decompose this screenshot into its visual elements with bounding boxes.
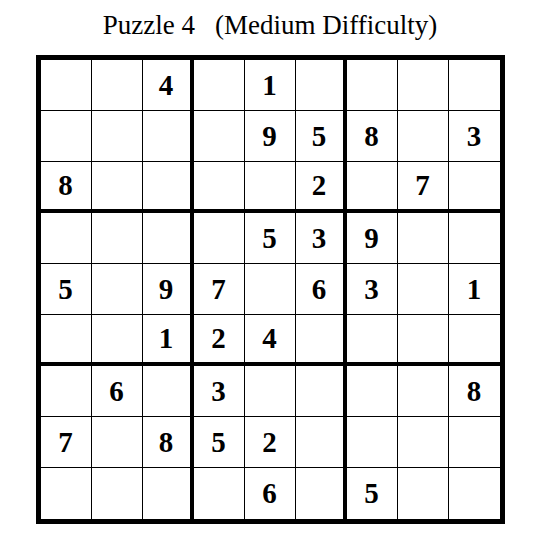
cell-r4c2[interactable]: [92, 213, 143, 264]
cell-r1c2[interactable]: [92, 60, 143, 111]
cell-r9c6[interactable]: [296, 468, 347, 519]
sudoku-board: 419583827539597631124638785265: [36, 55, 505, 524]
cell-r5c1[interactable]: 5: [41, 264, 92, 315]
cell-r8c2[interactable]: [92, 417, 143, 468]
given-digit: 3: [211, 377, 226, 406]
cell-r6c5[interactable]: 4: [245, 315, 296, 366]
cell-r3c4[interactable]: [194, 162, 245, 213]
cell-r8c7[interactable]: [347, 417, 398, 468]
cell-r7c4[interactable]: 3: [194, 366, 245, 417]
cell-r6c2[interactable]: [92, 315, 143, 366]
cell-r4c8[interactable]: [398, 213, 449, 264]
cell-r4c1[interactable]: [41, 213, 92, 264]
given-digit: 2: [211, 324, 226, 353]
cell-r7c9[interactable]: 8: [449, 366, 500, 417]
cell-r2c2[interactable]: [92, 111, 143, 162]
cell-r9c4[interactable]: [194, 468, 245, 519]
cell-r7c1[interactable]: [41, 366, 92, 417]
cell-r4c5[interactable]: 5: [245, 213, 296, 264]
cell-r1c8[interactable]: [398, 60, 449, 111]
given-digit: 3: [364, 275, 379, 304]
given-digit: 4: [262, 324, 277, 353]
cell-r1c4[interactable]: [194, 60, 245, 111]
cell-r4c3[interactable]: [143, 213, 194, 264]
given-digit: 7: [58, 428, 73, 457]
given-digit: 5: [364, 479, 379, 508]
cell-r8c6[interactable]: [296, 417, 347, 468]
cell-r8c4[interactable]: 5: [194, 417, 245, 468]
puzzle-label: Puzzle 4: [103, 10, 195, 40]
cell-r5c4[interactable]: 7: [194, 264, 245, 315]
page-title: Puzzle 4(Medium Difficulty): [0, 10, 540, 41]
cell-r4c4[interactable]: [194, 213, 245, 264]
given-digit: 4: [159, 71, 174, 100]
cell-r8c1[interactable]: 7: [41, 417, 92, 468]
given-digit: 8: [467, 377, 482, 406]
given-digit: 9: [159, 275, 174, 304]
cell-r5c7[interactable]: 3: [347, 264, 398, 315]
cell-r3c7[interactable]: [347, 162, 398, 213]
cell-r2c6[interactable]: 5: [296, 111, 347, 162]
cell-r9c3[interactable]: [143, 468, 194, 519]
given-digit: 1: [159, 324, 174, 353]
cell-r9c5[interactable]: 6: [245, 468, 296, 519]
given-digit: 9: [262, 122, 277, 151]
cell-r3c6[interactable]: 2: [296, 162, 347, 213]
difficulty-label: (Medium Difficulty): [215, 10, 437, 40]
given-digit: 1: [262, 71, 277, 100]
cell-r6c1[interactable]: [41, 315, 92, 366]
cell-r2c5[interactable]: 9: [245, 111, 296, 162]
cell-r7c5[interactable]: [245, 366, 296, 417]
cell-r3c3[interactable]: [143, 162, 194, 213]
cell-r7c7[interactable]: [347, 366, 398, 417]
given-digit: 8: [159, 428, 174, 457]
given-digit: 6: [262, 479, 277, 508]
given-digit: 3: [312, 224, 327, 253]
cell-r2c7[interactable]: 8: [347, 111, 398, 162]
cell-r8c5[interactable]: 2: [245, 417, 296, 468]
given-digit: 7: [415, 171, 430, 200]
given-digit: 2: [262, 428, 277, 457]
cell-r4c9[interactable]: [449, 213, 500, 264]
given-digit: 1: [467, 275, 482, 304]
cell-r7c8[interactable]: [398, 366, 449, 417]
cell-r5c8[interactable]: [398, 264, 449, 315]
given-digit: 5: [312, 122, 327, 151]
cell-r4c6[interactable]: 3: [296, 213, 347, 264]
cell-r2c4[interactable]: [194, 111, 245, 162]
cell-r9c9[interactable]: [449, 468, 500, 519]
cell-r8c8[interactable]: [398, 417, 449, 468]
cell-r3c8[interactable]: 7: [398, 162, 449, 213]
given-digit: 5: [262, 224, 277, 253]
cell-r1c5[interactable]: 1: [245, 60, 296, 111]
cell-r5c6[interactable]: 6: [296, 264, 347, 315]
cell-r2c1[interactable]: [41, 111, 92, 162]
cell-r1c7[interactable]: [347, 60, 398, 111]
cell-r7c3[interactable]: [143, 366, 194, 417]
cell-r8c9[interactable]: [449, 417, 500, 468]
cell-r4c7[interactable]: 9: [347, 213, 398, 264]
cell-r1c9[interactable]: [449, 60, 500, 111]
cell-r6c3[interactable]: 1: [143, 315, 194, 366]
cell-r7c2[interactable]: 6: [92, 366, 143, 417]
cell-r3c1[interactable]: 8: [41, 162, 92, 213]
given-digit: 5: [211, 428, 226, 457]
cell-r2c3[interactable]: [143, 111, 194, 162]
cell-r5c2[interactable]: [92, 264, 143, 315]
cell-r1c3[interactable]: 4: [143, 60, 194, 111]
cell-r5c9[interactable]: 1: [449, 264, 500, 315]
given-digit: 3: [467, 122, 482, 151]
cell-r5c5[interactable]: [245, 264, 296, 315]
cell-r1c1[interactable]: [41, 60, 92, 111]
given-digit: 6: [109, 377, 124, 406]
given-digit: 9: [364, 224, 379, 253]
cell-r6c6[interactable]: [296, 315, 347, 366]
cell-r3c9[interactable]: [449, 162, 500, 213]
given-digit: 2: [312, 171, 327, 200]
cell-r1c6[interactable]: [296, 60, 347, 111]
cell-r7c6[interactable]: [296, 366, 347, 417]
given-digit: 7: [211, 275, 226, 304]
given-digit: 8: [364, 122, 379, 151]
given-digit: 5: [58, 275, 73, 304]
cell-r6c4[interactable]: 2: [194, 315, 245, 366]
cell-r9c2[interactable]: [92, 468, 143, 519]
cell-r8c3[interactable]: 8: [143, 417, 194, 468]
cell-r2c8[interactable]: [398, 111, 449, 162]
cell-r6c7[interactable]: [347, 315, 398, 366]
cell-r6c9[interactable]: [449, 315, 500, 366]
cell-r6c8[interactable]: [398, 315, 449, 366]
given-digit: 8: [58, 171, 73, 200]
given-digit: 6: [312, 275, 327, 304]
cell-r5c3[interactable]: 9: [143, 264, 194, 315]
cell-r3c2[interactable]: [92, 162, 143, 213]
cell-r2c9[interactable]: 3: [449, 111, 500, 162]
cell-r9c1[interactable]: [41, 468, 92, 519]
cell-r9c8[interactable]: [398, 468, 449, 519]
cell-r9c7[interactable]: 5: [347, 468, 398, 519]
cell-r3c5[interactable]: [245, 162, 296, 213]
